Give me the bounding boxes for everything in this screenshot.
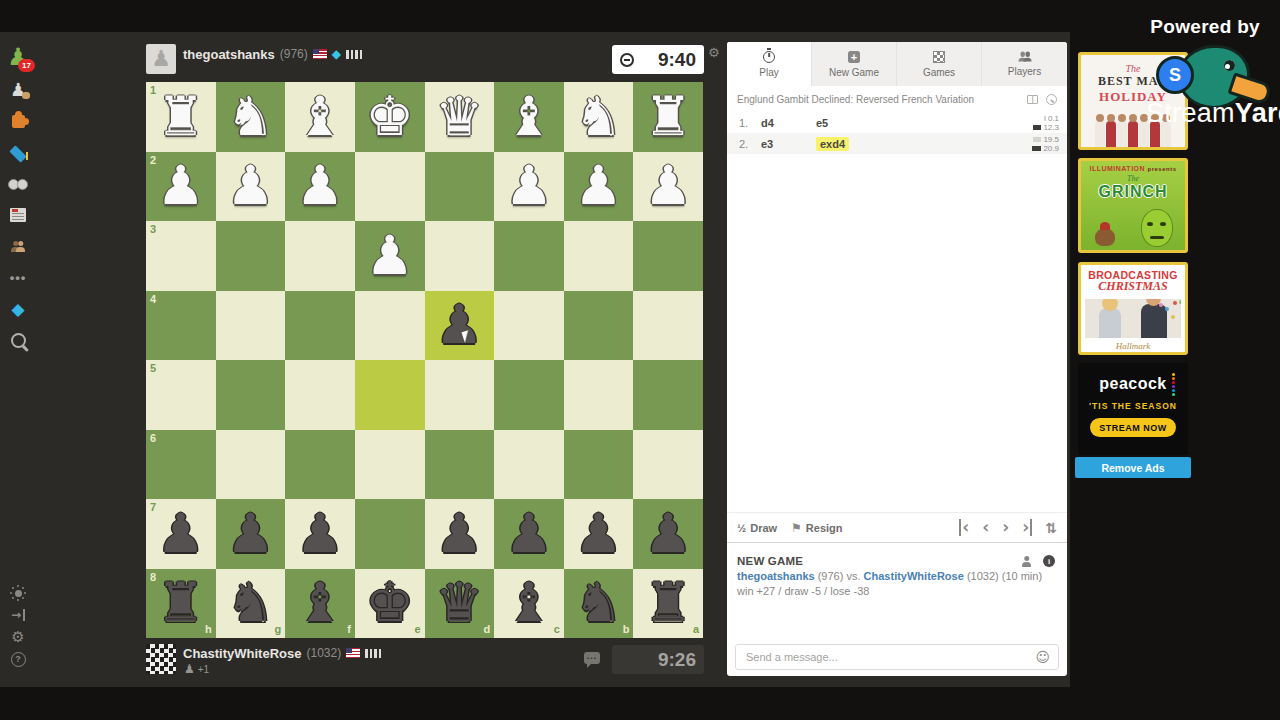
board-grid-icon [933,51,945,63]
square-d6[interactable] [425,430,495,500]
streamyard-wordmark: StreamYard [1146,98,1280,129]
ad-the-grinch[interactable]: ILLUMINATION presents The GRINCH [1078,158,1188,253]
max-dog-figure [1095,228,1115,246]
square-c2[interactable]: ♟ [494,152,564,222]
square-d3[interactable] [425,221,495,291]
square-e6[interactable] [355,430,425,500]
flair-bars-icon [365,649,381,658]
square-c4[interactable] [494,291,564,361]
file-label: a [693,624,699,635]
square-a1[interactable]: ♜ [633,82,703,152]
sidebar-item-search[interactable] [5,327,31,353]
us-flag-icon [313,49,327,59]
game-panel: Play New Game Games Players Englund Gamb… [727,42,1067,676]
square-g7[interactable]: ♟ [216,499,286,569]
current-move: exd4 [816,137,849,151]
sidebar-item-social[interactable] [5,233,31,259]
sidebar-item-puzzles[interactable] [5,108,31,134]
binoculars-icon [8,179,28,191]
file-label: f [347,624,351,635]
square-b5[interactable] [564,360,634,430]
time-control: (10 min) [1002,570,1042,582]
resign-button[interactable]: Resign [791,522,842,534]
timer-icon [620,53,634,67]
newspaper-icon [10,208,26,222]
square-d4[interactable]: ♟ [425,291,495,361]
white-queen[interactable]: ♛ [435,90,483,144]
square-d7[interactable]: ♟ [425,499,495,569]
puzzle-icon [12,115,25,128]
white-bishop[interactable]: ♝ [505,90,553,144]
panel-tabs: Play New Game Games Players [727,42,1067,86]
square-f6[interactable] [285,430,355,500]
membership-diamond-icon: ◆ [332,48,341,60]
square-f1[interactable]: ♝ [285,82,355,152]
black-pawn[interactable]: ♟ [435,507,483,561]
opening-row: Englund Gambit Declined: Reversed French… [727,86,1067,112]
help-button[interactable] [5,646,31,672]
black-knight[interactable]: ♞ [226,576,274,630]
square-d8[interactable]: d♛ [425,569,495,639]
rank-label: 5 [150,363,156,374]
peacock-feather-icon [1172,373,1175,376]
square-f4[interactable] [285,291,355,361]
square-a5[interactable] [633,360,703,430]
file-label: g [275,624,282,635]
resign-flag-icon [791,522,802,534]
square-h5[interactable]: 5 [146,360,216,430]
file-label: d [483,624,490,635]
top-player-name[interactable]: thegoatshanks [183,47,275,62]
square-b8[interactable]: b♞ [564,569,634,639]
emoji-icon[interactable] [1035,650,1050,664]
black-pawn[interactable]: ♟ [435,298,483,352]
square-f8[interactable]: f♝ [285,569,355,639]
black-rook[interactable]: ♜ [157,576,205,630]
move-row-1: 1. d4 e5 0.1 12.3 [727,112,1067,133]
rank-label: 1 [150,85,156,96]
black-player-link[interactable]: ChastityWhiteRose [864,570,964,582]
tab-play[interactable]: Play [727,42,812,86]
top-player-avatar[interactable]: ♟ [146,44,176,74]
captured-pawn-icon: ♟ [184,663,195,675]
white-knight[interactable]: ♞ [226,90,274,144]
black-bishop[interactable]: ♝ [505,576,553,630]
file-label: h [205,624,212,635]
square-c7[interactable]: ♟ [494,499,564,569]
square-g4[interactable] [216,291,286,361]
square-a7[interactable]: ♟ [633,499,703,569]
top-player-rating: (976) [280,47,308,61]
chat-input[interactable] [744,650,1035,664]
black-king[interactable]: ♚ [365,576,413,630]
square-g1[interactable]: ♞ [216,82,286,152]
white-pawn[interactable]: ♟ [365,229,413,283]
rank-label: 3 [150,224,156,235]
square-a8[interactable]: a♜ [633,569,703,639]
square-d5[interactable] [425,360,495,430]
square-c6[interactable] [494,430,564,500]
white-pawn[interactable]: ♟ [157,159,205,213]
black-rook[interactable]: ♜ [644,576,692,630]
tab-new-game[interactable]: New Game [812,42,897,86]
black-pawn[interactable]: ♟ [157,507,205,561]
white-rook[interactable]: ♜ [644,90,692,144]
square-b3[interactable] [564,221,634,291]
more-dots-icon: ••• [10,271,27,284]
us-flag-icon [346,648,360,658]
chess-board[interactable]: 1♜♞♝♚♛♝♞♜2♟♟♟♟♟♟3♟4♟567♟♟♟♟♟♟♟8h♜g♞f♝e♚d… [146,82,703,638]
white-pawn[interactable]: ♟ [574,159,622,213]
stopwatch-icon [763,51,775,63]
info-icon[interactable] [1043,555,1055,567]
board-settings-icon[interactable]: ⚙ [708,46,720,59]
sidebar-item-upgrade[interactable]: ◆ [5,296,31,322]
square-f3[interactable] [285,221,355,291]
graduation-cap-icon [9,144,27,162]
rating-change: win +27 / draw -5 / lose -38 [737,585,1057,597]
sidebar-item-watch[interactable] [5,172,31,198]
ad-broadcasting-christmas[interactable]: BROADCASTING CHRISTMAS Hallmark [1078,262,1188,355]
white-clock: 9:40 [612,45,704,74]
square-g8[interactable]: g♞ [216,569,286,639]
black-pawn[interactable]: ♟ [296,507,344,561]
white-knight[interactable]: ♞ [574,90,622,144]
square-f5[interactable] [285,360,355,430]
square-a2[interactable]: ♟ [633,152,703,222]
square-h6[interactable]: 6 [146,430,216,500]
square-e3[interactable]: ♟ [355,221,425,291]
move-row-2: 2. e3 exd4 19.5 20.9 [727,133,1067,154]
square-g6[interactable] [216,430,286,500]
chat-input-box [735,644,1059,670]
tab-games[interactable]: Games [897,42,982,86]
poster-photo [1085,299,1181,338]
new-game-summary: NEW GAME thegoatshanks (976) vs. Chastit… [727,547,1067,605]
rank-label: 2 [150,155,156,166]
square-d1[interactable]: ♛ [425,82,495,152]
screen: ♟ 17 ♟ ••• ◆ → ⚙ ♟ thegoatshanks (976) [0,0,1280,720]
white-pawn[interactable]: ♟ [296,159,344,213]
square-h7[interactable]: 7♟ [146,499,216,569]
sidebar-item-logo[interactable]: ♟ 17 [5,44,31,70]
square-b2[interactable]: ♟ [564,152,634,222]
file-label: e [414,624,420,635]
challenge-icon[interactable] [1022,556,1031,567]
square-e4[interactable] [355,291,425,361]
file-label: c [554,624,560,635]
square-c3[interactable] [494,221,564,291]
file-label: b [623,624,630,635]
square-e7[interactable] [355,499,425,569]
rank-label: 7 [150,502,156,513]
new-game-title: NEW GAME [737,555,1057,567]
black-clock-time: 9:26 [658,649,696,671]
bottom-player-info: ChastityWhiteRose (1032) [183,645,381,661]
white-king[interactable]: ♚ [365,90,413,144]
sidebar-item-more[interactable]: ••• [5,264,31,290]
top-player-info: thegoatshanks (976) ◆ [183,46,362,62]
black-pawn[interactable]: ♟ [574,507,622,561]
square-b1[interactable]: ♞ [564,82,634,152]
move-white-2[interactable]: e3 [761,138,816,150]
white-pawn[interactable]: ♟ [644,159,692,213]
square-c1[interactable]: ♝ [494,82,564,152]
black-bishop[interactable]: ♝ [296,576,344,630]
rank-label: 8 [150,572,156,583]
draw-button[interactable]: ½ Draw [737,522,777,534]
sidebar-item-play[interactable]: ♟ [5,77,31,103]
square-g3[interactable] [216,221,286,291]
square-e5[interactable] [355,360,425,430]
white-rook[interactable]: ♜ [157,90,205,144]
square-a6[interactable] [633,430,703,500]
people-icon [11,241,25,252]
collapse-icon: → [11,609,25,621]
square-h4[interactable]: 4 [146,291,216,361]
white-pawn[interactable]: ♟ [505,159,553,213]
powered-by-label: Powered by [1150,16,1260,38]
bottom-player-rating: (1032) [306,646,341,660]
chat-bubble-icon[interactable] [584,652,600,664]
move-black-1[interactable]: e5 [816,117,871,129]
square-h2[interactable]: 2♟ [146,152,216,222]
square-f2[interactable]: ♟ [285,152,355,222]
flair-bars-icon [346,50,362,59]
question-icon [11,652,26,667]
gear-icon: ⚙ [11,630,24,645]
white-player-link[interactable]: thegoatshanks [737,570,815,582]
hand-pawn-icon: ♟ [10,81,26,99]
opening-name: Englund Gambit Declined: Reversed French… [737,94,1019,105]
black-knight[interactable]: ♞ [574,576,622,630]
move-navigation: ‹ ‹ › › [959,519,1057,536]
remove-ads-button[interactable]: Remove Ads [1075,457,1191,478]
ad-peacock[interactable]: peacock 'TIS THE SEASON STREAM NOW [1078,363,1188,455]
players-icon [1018,51,1032,62]
material-advantage: +1 [198,664,209,675]
notification-badge: 17 [18,59,35,72]
square-b7[interactable]: ♟ [564,499,634,569]
opening-book-icon[interactable] [1027,95,1038,104]
black-pawn[interactable]: ♟ [644,507,692,561]
square-b4[interactable] [564,291,634,361]
square-e1[interactable]: ♚ [355,82,425,152]
move-list: 1. d4 e5 0.1 12.3 2. e3 exd4 19.5 20.9 [727,112,1067,154]
square-h1[interactable]: 1♜ [146,82,216,152]
move-black-2[interactable]: exd4 [816,138,871,150]
white-clock-time: 9:40 [658,49,696,71]
grinch-figure [1141,209,1173,247]
sidebar-item-news[interactable] [5,202,31,228]
black-pawn[interactable]: ♟ [505,507,553,561]
square-c5[interactable] [494,360,564,430]
square-e2[interactable] [355,152,425,222]
streamyard-s-badge: S [1156,56,1194,94]
square-a3[interactable] [633,221,703,291]
square-g5[interactable] [216,360,286,430]
black-pawn[interactable]: ♟ [226,507,274,561]
square-g2[interactable]: ♟ [216,152,286,222]
game-controls: ½ Draw Resign ‹ ‹ › › [727,512,1067,542]
black-clock: 9:26 [612,645,704,674]
white-pawn[interactable]: ♟ [226,159,274,213]
square-c8[interactable]: c♝ [494,569,564,639]
tab-players[interactable]: Players [982,42,1067,86]
go-forward-button[interactable]: › [1002,519,1009,536]
white-bishop[interactable]: ♝ [296,90,344,144]
bottom-player-name[interactable]: ChastityWhiteRose [183,646,301,661]
flip-board-icon[interactable] [1045,519,1057,536]
go-back-button[interactable]: ‹ [982,519,989,536]
move-white-1[interactable]: d4 [761,117,816,129]
square-e8[interactable]: e♚ [355,569,425,639]
rank-label: 4 [150,294,156,305]
square-d2[interactable] [425,152,495,222]
square-h3[interactable]: 3 [146,221,216,291]
black-queen[interactable]: ♛ [435,576,483,630]
sun-icon [15,590,22,597]
bottom-player-avatar[interactable] [146,644,176,674]
go-end-button[interactable]: › [1022,519,1032,536]
go-start-button[interactable]: ‹ [959,519,969,536]
plus-icon [848,51,860,63]
opening-explorer-icon[interactable] [1046,94,1057,105]
avatar-pawn-icon: ♟ [151,48,171,70]
rank-label: 6 [150,433,156,444]
sidebar-item-learn[interactable] [5,140,31,166]
stream-now-button[interactable]: STREAM NOW [1090,418,1176,437]
square-a4[interactable] [633,291,703,361]
diamond-icon: ◆ [11,301,24,318]
divider [727,542,1067,543]
captured-pieces: ♟ +1 [184,663,209,675]
search-icon [11,333,26,348]
square-f7[interactable]: ♟ [285,499,355,569]
square-h8[interactable]: 8h♜ [146,569,216,639]
square-b6[interactable] [564,430,634,500]
